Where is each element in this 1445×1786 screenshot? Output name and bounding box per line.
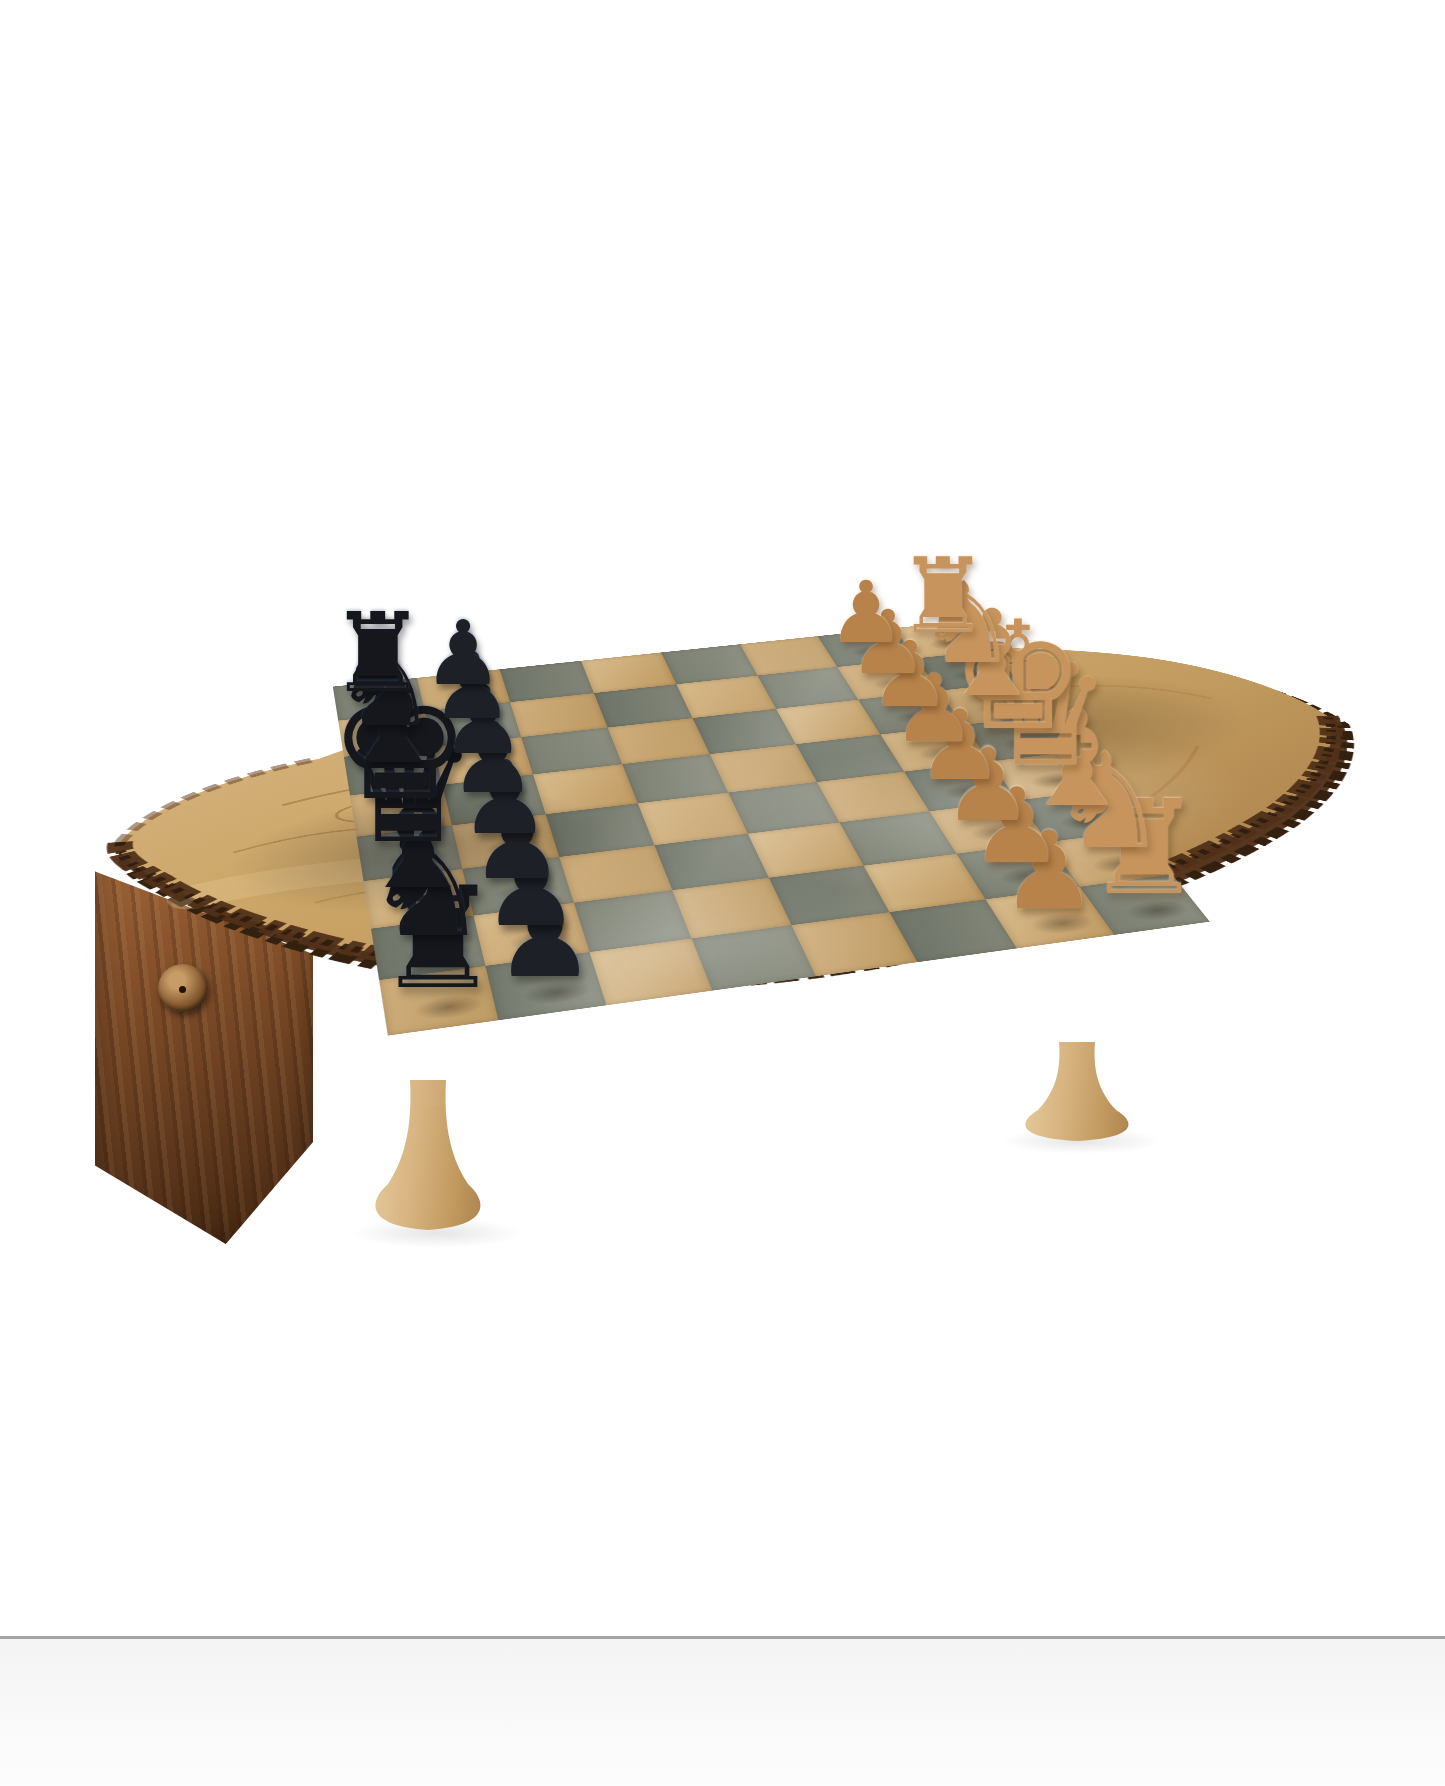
table-scene [0,0,1445,1786]
backdrop-surface [0,1639,1445,1786]
product-photo-chess-table: ♜♞♝♛♚♝♞♜♟♟♟♟♟♟♟♟♟♟♟♟♟♟♟♟♜♞♝♛♚♝♞♜ [0,0,1445,1786]
